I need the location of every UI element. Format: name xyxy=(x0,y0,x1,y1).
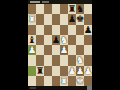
piece-black-pawn: ♟ xyxy=(68,14,76,24)
square-g2[interactable]: ♟ xyxy=(76,66,84,76)
square-b7[interactable] xyxy=(36,14,44,24)
square-e5[interactable]: ♞ xyxy=(60,35,68,45)
square-g4[interactable] xyxy=(76,45,84,55)
video-frame: ♜♞♜♟♚♟♝♟♞♟♟♞♜♟♟♟♜♚ xyxy=(0,0,120,90)
square-b2[interactable]: ♜ xyxy=(36,66,44,76)
square-b8[interactable] xyxy=(36,4,44,14)
square-f8[interactable]: ♜ xyxy=(68,4,76,14)
square-g6[interactable] xyxy=(76,25,84,35)
square-a5[interactable]: ♝ xyxy=(28,35,36,45)
square-h8[interactable] xyxy=(84,4,92,14)
bottombar-text-smudge xyxy=(30,87,36,89)
square-g1[interactable]: ♚ xyxy=(76,76,84,86)
square-c5[interactable] xyxy=(44,35,52,45)
titlebar-text-smudge xyxy=(42,1,49,3)
square-d7[interactable] xyxy=(52,14,60,24)
piece-black-king: ♚ xyxy=(76,14,84,24)
window-bottombar xyxy=(28,86,92,90)
square-b5[interactable] xyxy=(36,35,44,45)
square-e7[interactable] xyxy=(60,14,68,24)
square-d3[interactable] xyxy=(52,55,60,65)
piece-white-pawn: ♟ xyxy=(84,66,92,76)
square-e2[interactable] xyxy=(60,66,68,76)
square-a8[interactable] xyxy=(28,4,36,14)
square-a1[interactable] xyxy=(28,76,36,86)
square-d4[interactable] xyxy=(52,45,60,55)
square-e6[interactable] xyxy=(60,25,68,35)
square-b6[interactable] xyxy=(36,25,44,35)
square-e3[interactable] xyxy=(60,55,68,65)
bottombar-logo-icon xyxy=(87,86,92,90)
square-g5[interactable] xyxy=(76,35,84,45)
square-h3[interactable] xyxy=(84,55,92,65)
square-g3[interactable]: ♞ xyxy=(76,55,84,65)
square-f2[interactable]: ♟ xyxy=(68,66,76,76)
square-h6[interactable]: ♟ xyxy=(84,25,92,35)
piece-black-rook: ♜ xyxy=(36,66,44,76)
square-f4[interactable] xyxy=(68,45,76,55)
square-f3[interactable] xyxy=(68,55,76,65)
square-e4[interactable]: ♟ xyxy=(60,45,68,55)
square-a3[interactable] xyxy=(28,55,36,65)
piece-black-pawn: ♟ xyxy=(52,35,60,45)
piece-white-knight: ♞ xyxy=(60,35,68,45)
square-c6[interactable] xyxy=(44,25,52,35)
piece-white-rook: ♜ xyxy=(60,76,68,86)
square-h1[interactable] xyxy=(84,76,92,86)
square-c1[interactable] xyxy=(44,76,52,86)
square-d6[interactable] xyxy=(52,25,60,35)
titlebar-text-smudge xyxy=(30,1,40,3)
piece-white-pawn: ♟ xyxy=(68,66,76,76)
square-a2[interactable] xyxy=(28,66,36,76)
square-c2[interactable] xyxy=(44,66,52,76)
square-f6[interactable] xyxy=(68,25,76,35)
square-h2[interactable]: ♟ xyxy=(84,66,92,76)
piece-black-knight: ♞ xyxy=(76,4,84,14)
piece-white-pawn: ♟ xyxy=(76,66,84,76)
square-d5[interactable]: ♟ xyxy=(52,35,60,45)
square-h5[interactable] xyxy=(84,35,92,45)
square-c4[interactable] xyxy=(44,45,52,55)
square-g8[interactable]: ♞ xyxy=(76,4,84,14)
square-f1[interactable] xyxy=(68,76,76,86)
square-b1[interactable] xyxy=(36,76,44,86)
square-g7[interactable]: ♚ xyxy=(76,14,84,24)
square-c7[interactable] xyxy=(44,14,52,24)
piece-black-bishop: ♝ xyxy=(28,35,36,45)
square-c3[interactable] xyxy=(44,55,52,65)
square-h4[interactable] xyxy=(84,45,92,55)
piece-white-rook: ♜ xyxy=(28,14,36,24)
square-b3[interactable] xyxy=(36,55,44,65)
square-f7[interactable]: ♟ xyxy=(68,14,76,24)
square-h7[interactable] xyxy=(84,14,92,24)
square-b4[interactable] xyxy=(36,45,44,55)
square-e1[interactable]: ♜ xyxy=(60,76,68,86)
square-d1[interactable] xyxy=(52,76,60,86)
square-a6[interactable] xyxy=(28,25,36,35)
square-e8[interactable] xyxy=(60,4,68,14)
piece-white-king: ♚ xyxy=(76,76,84,86)
piece-black-pawn: ♟ xyxy=(84,25,92,35)
square-c8[interactable] xyxy=(44,4,52,14)
square-d8[interactable] xyxy=(52,4,60,14)
square-d2[interactable] xyxy=(52,66,60,76)
chess-app-window: ♜♞♜♟♚♟♝♟♞♟♟♞♜♟♟♟♜♚ xyxy=(28,0,92,90)
square-f5[interactable] xyxy=(68,35,76,45)
piece-white-knight: ♞ xyxy=(76,55,84,65)
square-a4[interactable]: ♟ xyxy=(28,45,36,55)
chess-board: ♜♞♜♟♚♟♝♟♞♟♟♞♜♟♟♟♜♚ xyxy=(28,4,92,86)
square-a7[interactable]: ♜ xyxy=(28,14,36,24)
piece-black-rook: ♜ xyxy=(68,4,76,14)
piece-white-pawn: ♟ xyxy=(28,45,36,55)
piece-white-pawn: ♟ xyxy=(60,45,68,55)
